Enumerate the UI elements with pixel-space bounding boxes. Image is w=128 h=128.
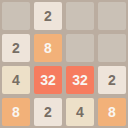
- tile-4: 4: [2, 66, 30, 94]
- tile-2: 2: [2, 34, 30, 62]
- tile-4: 4: [66, 98, 94, 126]
- empty-cell: [98, 34, 126, 62]
- tile-8: 8: [2, 98, 30, 126]
- tile-8: 8: [34, 34, 62, 62]
- tile-2: 2: [98, 66, 126, 94]
- tile-32: 32: [34, 66, 62, 94]
- empty-cell: [66, 34, 94, 62]
- tile-2: 2: [34, 98, 62, 126]
- tile-2: 2: [34, 2, 62, 30]
- empty-cell: [98, 2, 126, 30]
- 2048-board[interactable]: 2284323228248: [0, 0, 128, 128]
- empty-cell: [66, 2, 94, 30]
- empty-cell: [2, 2, 30, 30]
- tile-32: 32: [66, 66, 94, 94]
- tile-8: 8: [98, 98, 126, 126]
